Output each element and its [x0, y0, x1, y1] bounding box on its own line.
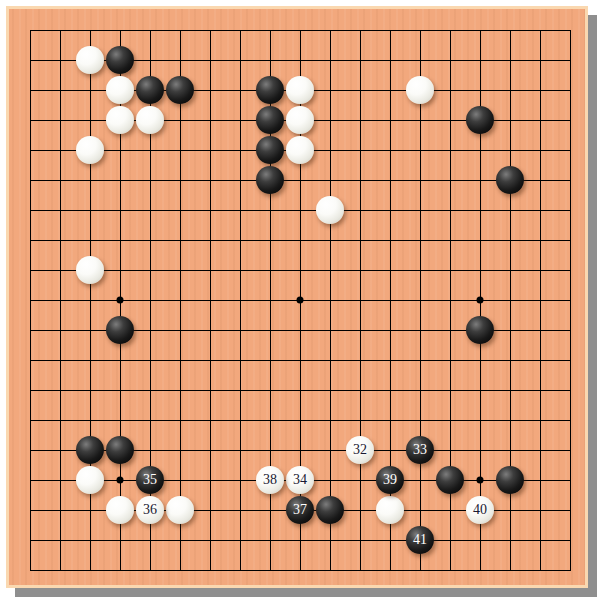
move-33-stone-black[interactable]: 33: [406, 436, 434, 464]
stone-black[interactable]: [256, 76, 284, 104]
move-34-stone-white[interactable]: 34: [286, 466, 314, 494]
stone-black[interactable]: [106, 46, 134, 74]
stone-black[interactable]: [256, 136, 284, 164]
stone-white[interactable]: [286, 106, 314, 134]
stone-black[interactable]: [256, 166, 284, 194]
stone-black[interactable]: [106, 316, 134, 344]
stone-white[interactable]: [106, 496, 134, 524]
move-35-stone-black[interactable]: 35: [136, 466, 164, 494]
stone-black[interactable]: [496, 166, 524, 194]
move-number-label: 36: [143, 503, 157, 517]
stone-black[interactable]: [496, 466, 524, 494]
stone-white[interactable]: [76, 466, 104, 494]
stone-black[interactable]: [106, 436, 134, 464]
move-number-label: 33: [413, 443, 427, 457]
stone-white[interactable]: [76, 256, 104, 284]
move-41-stone-black[interactable]: 41: [406, 526, 434, 554]
move-number-label: 35: [143, 473, 157, 487]
move-36-stone-white[interactable]: 36: [136, 496, 164, 524]
move-32-stone-white[interactable]: 32: [346, 436, 374, 464]
stone-black[interactable]: [136, 76, 164, 104]
stone-black[interactable]: [436, 466, 464, 494]
stone-white[interactable]: [166, 496, 194, 524]
stone-black[interactable]: [316, 496, 344, 524]
stone-white[interactable]: [316, 196, 344, 224]
move-number-label: 39: [383, 473, 397, 487]
stone-black[interactable]: [256, 106, 284, 134]
stone-white[interactable]: [286, 136, 314, 164]
stone-black[interactable]: [466, 106, 494, 134]
stone-black[interactable]: [466, 316, 494, 344]
move-number-label: 32: [353, 443, 367, 457]
stone-white[interactable]: [76, 46, 104, 74]
stone-black[interactable]: [166, 76, 194, 104]
move-38-stone-white[interactable]: 38: [256, 466, 284, 494]
move-number-label: 34: [293, 473, 307, 487]
stone-white[interactable]: [136, 106, 164, 134]
stone-white[interactable]: [106, 76, 134, 104]
stone-black[interactable]: [76, 436, 104, 464]
go-board[interactable]: 32333435363738394041: [6, 6, 588, 588]
page-background: 32333435363738394041: [0, 0, 600, 600]
move-number-label: 41: [413, 533, 427, 547]
stone-white[interactable]: [406, 76, 434, 104]
move-40-stone-white[interactable]: 40: [466, 496, 494, 524]
stone-white[interactable]: [376, 496, 404, 524]
move-number-label: 38: [263, 473, 277, 487]
stone-white[interactable]: [76, 136, 104, 164]
move-39-stone-black[interactable]: 39: [376, 466, 404, 494]
move-number-label: 40: [473, 503, 487, 517]
stone-white[interactable]: [106, 106, 134, 134]
stones-layer: 32333435363738394041: [15, 15, 585, 585]
move-number-label: 37: [293, 503, 307, 517]
stone-white[interactable]: [286, 76, 314, 104]
move-37-stone-black[interactable]: 37: [286, 496, 314, 524]
